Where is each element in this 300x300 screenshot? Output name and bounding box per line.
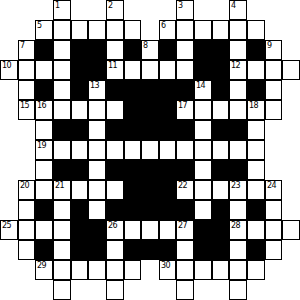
white-cell[interactable] <box>265 200 282 220</box>
black-cell <box>212 40 229 60</box>
white-cell[interactable] <box>265 80 282 100</box>
black-cell <box>229 120 247 140</box>
white-cell[interactable] <box>106 260 124 280</box>
black-cell <box>176 80 194 100</box>
white-cell[interactable] <box>124 220 141 240</box>
clue-number: 25 <box>2 221 11 230</box>
white-cell[interactable] <box>53 220 71 240</box>
black-cell <box>141 160 159 180</box>
white-cell[interactable] <box>176 280 194 300</box>
white-cell[interactable] <box>229 20 247 40</box>
clue-number: 8 <box>143 41 148 50</box>
clue-number: 15 <box>20 101 29 110</box>
clue-number: 3 <box>178 1 183 10</box>
white-cell[interactable] <box>106 40 124 60</box>
clue-number: 23 <box>231 181 240 190</box>
clue-number: 17 <box>178 101 187 110</box>
black-cell <box>141 120 159 140</box>
white-cell[interactable] <box>247 60 265 80</box>
white-cell[interactable] <box>265 220 282 240</box>
black-cell <box>141 180 159 200</box>
white-cell[interactable]: 7 <box>18 40 35 60</box>
white-cell[interactable] <box>141 60 159 80</box>
white-cell[interactable] <box>71 260 88 280</box>
white-cell[interactable] <box>18 220 35 240</box>
white-cell[interactable] <box>176 20 194 40</box>
white-cell[interactable] <box>88 100 106 120</box>
white-cell[interactable] <box>229 240 247 260</box>
white-cell[interactable]: 16 <box>35 100 53 120</box>
white-cell[interactable] <box>176 40 194 60</box>
black-cell <box>212 120 229 140</box>
white-cell[interactable] <box>247 260 265 280</box>
white-cell[interactable] <box>176 260 194 280</box>
black-cell <box>159 40 176 60</box>
clue-number: 4 <box>231 1 236 10</box>
white-cell[interactable] <box>194 160 212 180</box>
black-cell <box>194 220 212 240</box>
black-cell <box>71 40 88 60</box>
black-cell <box>247 200 265 220</box>
black-cell <box>159 180 176 200</box>
white-cell[interactable] <box>229 40 247 60</box>
crossword-board: 1234567891011121314151617181920212223242… <box>0 0 300 300</box>
white-cell[interactable] <box>124 20 141 40</box>
black-cell <box>212 80 229 100</box>
white-cell[interactable] <box>229 100 247 120</box>
clue-number: 13 <box>90 81 99 90</box>
black-cell <box>124 200 141 220</box>
black-cell <box>194 40 212 60</box>
black-cell <box>106 160 124 180</box>
black-cell <box>159 200 176 220</box>
white-cell[interactable] <box>88 140 106 160</box>
white-cell[interactable] <box>53 60 71 80</box>
white-cell[interactable] <box>212 100 229 120</box>
white-cell[interactable] <box>88 200 106 220</box>
white-cell[interactable] <box>53 200 71 220</box>
clue-number: 1 <box>55 1 60 10</box>
black-cell <box>35 200 53 220</box>
white-cell[interactable] <box>229 200 247 220</box>
white-cell[interactable] <box>88 160 106 180</box>
clue-number: 21 <box>55 181 64 190</box>
white-cell[interactable] <box>265 240 282 260</box>
white-cell[interactable] <box>53 260 71 280</box>
clue-number: 26 <box>108 221 117 230</box>
black-cell <box>88 40 106 60</box>
clue-number: 10 <box>2 61 11 70</box>
white-cell[interactable] <box>18 60 35 80</box>
white-cell[interactable] <box>159 220 176 240</box>
white-cell[interactable] <box>124 260 141 280</box>
white-cell[interactable]: 5 <box>35 20 53 40</box>
clue-number: 24 <box>267 181 276 190</box>
black-cell <box>141 100 159 120</box>
white-cell[interactable] <box>229 140 247 160</box>
black-cell <box>71 120 88 140</box>
black-cell <box>194 240 212 260</box>
black-cell <box>212 240 229 260</box>
white-cell[interactable] <box>176 60 194 80</box>
white-cell[interactable] <box>53 140 71 160</box>
white-cell[interactable] <box>124 60 141 80</box>
white-cell[interactable] <box>106 100 124 120</box>
black-cell <box>35 40 53 60</box>
black-cell <box>212 200 229 220</box>
black-cell <box>159 120 176 140</box>
white-cell[interactable] <box>35 220 53 240</box>
white-cell[interactable]: 15 <box>18 100 35 120</box>
white-cell[interactable]: 24 <box>265 180 282 200</box>
black-cell <box>71 160 88 180</box>
white-cell[interactable]: 8 <box>141 40 159 60</box>
black-cell <box>176 200 194 220</box>
white-cell[interactable] <box>176 140 194 160</box>
black-cell <box>35 240 53 260</box>
white-cell[interactable]: 3 <box>176 0 194 20</box>
black-cell <box>106 80 124 100</box>
black-cell <box>212 60 229 80</box>
white-cell[interactable]: 13 <box>88 80 106 100</box>
white-cell[interactable] <box>159 60 176 80</box>
white-cell[interactable]: 29 <box>35 260 53 280</box>
white-cell[interactable] <box>88 120 106 140</box>
black-cell <box>106 200 124 220</box>
white-cell[interactable]: 2 <box>106 0 124 20</box>
black-cell <box>159 160 176 180</box>
white-cell[interactable] <box>194 100 212 120</box>
black-cell <box>212 160 229 180</box>
white-cell[interactable] <box>88 180 106 200</box>
white-cell[interactable]: 10 <box>0 60 18 80</box>
black-cell <box>71 200 88 220</box>
black-cell <box>194 60 212 80</box>
black-cell <box>35 80 53 100</box>
white-cell[interactable]: 4 <box>229 0 247 20</box>
black-cell <box>141 200 159 220</box>
white-cell[interactable] <box>18 200 35 220</box>
black-cell <box>124 40 141 60</box>
clue-number: 16 <box>37 101 46 110</box>
white-cell[interactable] <box>265 60 282 80</box>
white-cell[interactable] <box>229 260 247 280</box>
black-cell <box>176 160 194 180</box>
white-cell[interactable]: 30 <box>159 260 176 280</box>
white-cell[interactable] <box>247 120 265 140</box>
white-cell[interactable]: 21 <box>53 180 71 200</box>
black-cell <box>53 160 71 180</box>
white-cell[interactable] <box>71 20 88 40</box>
white-cell[interactable] <box>159 140 176 160</box>
white-cell[interactable] <box>35 180 53 200</box>
clue-number: 14 <box>196 81 205 90</box>
white-cell[interactable] <box>194 20 212 40</box>
white-cell[interactable]: 11 <box>106 60 124 80</box>
white-cell[interactable] <box>106 20 124 40</box>
white-cell[interactable] <box>53 20 71 40</box>
white-cell[interactable]: 12 <box>229 60 247 80</box>
clue-number: 28 <box>231 221 240 230</box>
white-cell[interactable] <box>282 220 300 240</box>
white-cell[interactable]: 22 <box>176 180 194 200</box>
white-cell[interactable] <box>212 140 229 160</box>
white-cell[interactable] <box>194 260 212 280</box>
black-cell <box>159 100 176 120</box>
white-cell[interactable] <box>247 160 265 180</box>
black-cell <box>124 120 141 140</box>
clue-number: 9 <box>267 41 272 50</box>
clue-number: 5 <box>37 21 42 30</box>
black-cell <box>71 60 88 80</box>
clue-number: 7 <box>20 41 25 50</box>
white-cell[interactable] <box>176 240 194 260</box>
white-cell[interactable] <box>53 100 71 120</box>
white-cell[interactable]: 18 <box>247 100 265 120</box>
white-cell[interactable] <box>35 160 53 180</box>
white-cell[interactable] <box>229 280 247 300</box>
white-cell[interactable] <box>194 140 212 160</box>
white-cell[interactable]: 26 <box>106 220 124 240</box>
white-cell[interactable]: 19 <box>35 140 53 160</box>
black-cell <box>124 240 141 260</box>
clue-number: 18 <box>249 101 258 110</box>
black-cell <box>247 240 265 260</box>
black-cell <box>176 120 194 140</box>
white-cell[interactable] <box>141 220 159 240</box>
clue-number: 27 <box>178 221 187 230</box>
black-cell <box>88 220 106 240</box>
white-cell[interactable] <box>106 140 124 160</box>
white-cell[interactable]: 1 <box>53 0 71 20</box>
black-cell <box>247 80 265 100</box>
black-cell <box>88 60 106 80</box>
white-cell[interactable] <box>247 220 265 240</box>
white-cell[interactable] <box>212 260 229 280</box>
white-cell[interactable] <box>194 200 212 220</box>
black-cell <box>159 80 176 100</box>
white-cell[interactable] <box>194 120 212 140</box>
black-cell <box>71 240 88 260</box>
white-cell[interactable] <box>106 180 124 200</box>
white-cell[interactable]: 27 <box>176 220 194 240</box>
black-cell <box>53 120 71 140</box>
white-cell[interactable]: 20 <box>18 180 35 200</box>
clue-number: 19 <box>37 141 46 150</box>
white-cell[interactable] <box>194 180 212 200</box>
black-cell <box>141 240 159 260</box>
white-cell[interactable] <box>53 240 71 260</box>
white-cell[interactable] <box>88 260 106 280</box>
white-cell[interactable]: 23 <box>229 180 247 200</box>
white-cell[interactable] <box>18 240 35 260</box>
white-cell[interactable] <box>18 80 35 100</box>
black-cell <box>124 160 141 180</box>
white-cell[interactable]: 17 <box>176 100 194 120</box>
clue-number: 22 <box>178 181 187 190</box>
black-cell <box>124 80 141 100</box>
white-cell[interactable] <box>212 180 229 200</box>
white-cell[interactable] <box>71 180 88 200</box>
white-cell[interactable] <box>265 100 282 120</box>
white-cell[interactable] <box>71 140 88 160</box>
clue-number: 29 <box>37 261 46 270</box>
white-cell[interactable] <box>124 140 141 160</box>
black-cell <box>106 120 124 140</box>
white-cell[interactable] <box>71 100 88 120</box>
white-cell[interactable] <box>247 140 265 160</box>
white-cell[interactable] <box>106 280 124 300</box>
clue-number: 30 <box>161 261 170 270</box>
white-cell[interactable]: 28 <box>229 220 247 240</box>
white-cell[interactable] <box>141 140 159 160</box>
black-cell <box>71 220 88 240</box>
clue-number: 6 <box>161 21 166 30</box>
white-cell[interactable] <box>282 60 300 80</box>
clue-number: 12 <box>231 61 240 70</box>
white-cell[interactable] <box>229 80 247 100</box>
white-cell[interactable]: 6 <box>159 20 176 40</box>
white-cell[interactable] <box>106 240 124 260</box>
white-cell[interactable] <box>212 20 229 40</box>
black-cell <box>229 160 247 180</box>
white-cell[interactable] <box>247 180 265 200</box>
white-cell[interactable] <box>35 60 53 80</box>
white-cell[interactable] <box>247 20 265 40</box>
white-cell[interactable] <box>53 280 71 300</box>
black-cell <box>71 80 88 100</box>
black-cell <box>247 40 265 60</box>
clue-number: 20 <box>20 181 29 190</box>
white-cell[interactable] <box>53 40 71 60</box>
white-cell[interactable]: 14 <box>194 80 212 100</box>
black-cell <box>124 100 141 120</box>
clue-number: 2 <box>108 1 113 10</box>
black-cell <box>88 240 106 260</box>
black-cell <box>159 240 176 260</box>
black-cell <box>141 80 159 100</box>
white-cell[interactable] <box>35 120 53 140</box>
black-cell <box>212 220 229 240</box>
white-cell[interactable]: 9 <box>265 40 282 60</box>
white-cell[interactable] <box>88 20 106 40</box>
clue-number: 11 <box>108 61 117 70</box>
white-cell[interactable]: 25 <box>0 220 18 240</box>
white-cell[interactable] <box>53 80 71 100</box>
black-cell <box>124 180 141 200</box>
